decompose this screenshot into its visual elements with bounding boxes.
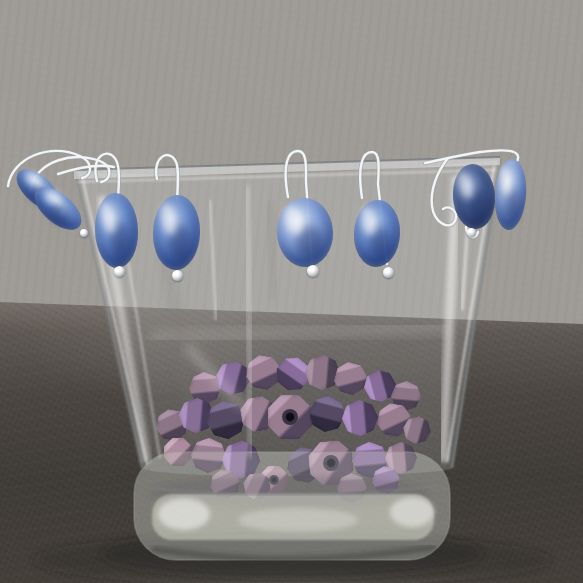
silver-ball [467, 228, 476, 237]
kyanite-bead [151, 194, 201, 271]
kyanite-bead [93, 192, 139, 268]
silver-ball [80, 229, 88, 237]
silver-ball [114, 266, 125, 277]
photo-scene [0, 0, 583, 583]
kyanite-bead [451, 162, 497, 230]
kyanite-bead [352, 198, 401, 267]
kyanite-bead [492, 158, 528, 231]
silver-ball [172, 270, 183, 281]
silver-ball [383, 267, 394, 278]
silver-ball [307, 265, 319, 277]
earrings-layer [0, 0, 583, 583]
kyanite-bead [275, 196, 335, 268]
